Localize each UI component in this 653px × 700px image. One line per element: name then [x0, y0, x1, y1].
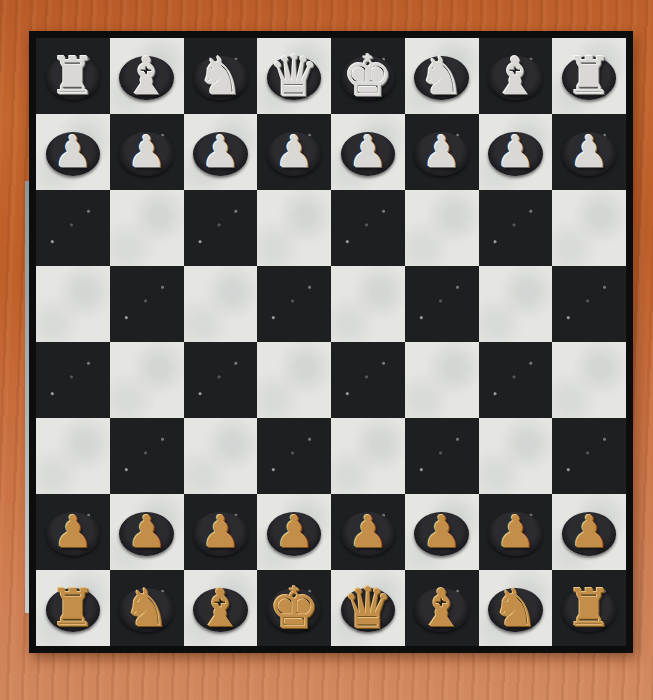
- square-c1: ♝: [184, 570, 258, 646]
- square-f7: ♟: [405, 114, 479, 190]
- piece-silver-bishop: ♝: [492, 50, 539, 102]
- square-b1: ♞: [110, 570, 184, 646]
- square-g8: ♝: [479, 38, 553, 114]
- piece-silver-pawn: ♟: [274, 130, 313, 174]
- piece-silver-pawn: ♟: [53, 130, 92, 174]
- square-a5: [36, 266, 110, 342]
- square-e7: ♟: [331, 114, 405, 190]
- square-d2: ♟: [257, 494, 331, 570]
- square-h8: ♜: [552, 38, 626, 114]
- piece-silver-pawn: ♟: [127, 130, 166, 174]
- piece-gold-pawn: ♟: [348, 510, 387, 554]
- square-b2: ♟: [110, 494, 184, 570]
- piece-gold-pawn: ♟: [422, 510, 461, 554]
- square-h2: ♟: [552, 494, 626, 570]
- square-b5: [110, 266, 184, 342]
- square-d8: ♛: [257, 38, 331, 114]
- square-c4: [184, 342, 258, 418]
- piece-gold-pawn: ♟: [496, 510, 535, 554]
- piece-silver-pawn: ♟: [496, 130, 535, 174]
- square-a1: ♜: [36, 570, 110, 646]
- square-h7: ♟: [552, 114, 626, 190]
- piece-gold-pawn: ♟: [201, 510, 240, 554]
- square-e1: ♛: [331, 570, 405, 646]
- square-h3: [552, 418, 626, 494]
- square-a6: [36, 190, 110, 266]
- square-h1: ♜: [552, 570, 626, 646]
- square-d1: ♚: [257, 570, 331, 646]
- square-g7: ♟: [479, 114, 553, 190]
- piece-silver-king: ♚: [342, 48, 393, 105]
- square-h6: [552, 190, 626, 266]
- square-h5: [552, 266, 626, 342]
- piece-silver-rook: ♜: [50, 50, 97, 102]
- square-c5: [184, 266, 258, 342]
- square-d6: [257, 190, 331, 266]
- wood-table: ♜♝♞♛♚♞♝♜♟♟♟♟♟♟♟♟♟♟♟♟♟♟♟♟♜♞♝♚♛♝♞♜: [0, 0, 653, 700]
- square-d7: ♟: [257, 114, 331, 190]
- square-c2: ♟: [184, 494, 258, 570]
- piece-silver-knight: ♞: [197, 50, 244, 102]
- piece-gold-knight: ♞: [123, 582, 170, 634]
- piece-gold-pawn: ♟: [53, 510, 92, 554]
- square-b6: [110, 190, 184, 266]
- square-f1: ♝: [405, 570, 479, 646]
- piece-gold-pawn: ♟: [127, 510, 166, 554]
- square-c6: [184, 190, 258, 266]
- piece-gold-rook: ♜: [566, 582, 613, 634]
- square-e4: [331, 342, 405, 418]
- square-f2: ♟: [405, 494, 479, 570]
- square-e8: ♚: [331, 38, 405, 114]
- square-g6: [479, 190, 553, 266]
- square-g5: [479, 266, 553, 342]
- piece-gold-queen: ♛: [342, 580, 393, 637]
- square-b4: [110, 342, 184, 418]
- square-a7: ♟: [36, 114, 110, 190]
- square-e6: [331, 190, 405, 266]
- square-a8: ♜: [36, 38, 110, 114]
- piece-silver-rook: ♜: [566, 50, 613, 102]
- piece-gold-rook: ♜: [50, 582, 97, 634]
- square-e2: ♟: [331, 494, 405, 570]
- square-g4: [479, 342, 553, 418]
- piece-silver-pawn: ♟: [348, 130, 387, 174]
- piece-silver-pawn: ♟: [569, 130, 608, 174]
- square-b7: ♟: [110, 114, 184, 190]
- square-g2: ♟: [479, 494, 553, 570]
- piece-gold-king: ♚: [269, 580, 320, 637]
- piece-gold-bishop: ♝: [418, 582, 465, 634]
- square-f3: [405, 418, 479, 494]
- piece-silver-bishop: ♝: [123, 50, 170, 102]
- square-h4: [552, 342, 626, 418]
- square-b8: ♝: [110, 38, 184, 114]
- square-c8: ♞: [184, 38, 258, 114]
- square-f4: [405, 342, 479, 418]
- square-b3: [110, 418, 184, 494]
- board-grid: ♜♝♞♛♚♞♝♜♟♟♟♟♟♟♟♟♟♟♟♟♟♟♟♟♜♞♝♚♛♝♞♜: [36, 38, 626, 646]
- square-e5: [331, 266, 405, 342]
- square-d5: [257, 266, 331, 342]
- square-d3: [257, 418, 331, 494]
- piece-silver-pawn: ♟: [422, 130, 461, 174]
- square-f8: ♞: [405, 38, 479, 114]
- piece-silver-knight: ♞: [418, 50, 465, 102]
- piece-gold-knight: ♞: [492, 582, 539, 634]
- piece-silver-pawn: ♟: [201, 130, 240, 174]
- square-a3: [36, 418, 110, 494]
- square-e3: [331, 418, 405, 494]
- square-c7: ♟: [184, 114, 258, 190]
- square-f5: [405, 266, 479, 342]
- piece-gold-pawn: ♟: [274, 510, 313, 554]
- square-a2: ♟: [36, 494, 110, 570]
- piece-gold-pawn: ♟: [569, 510, 608, 554]
- piece-silver-queen: ♛: [269, 48, 320, 105]
- square-d4: [257, 342, 331, 418]
- square-g1: ♞: [479, 570, 553, 646]
- square-c3: [184, 418, 258, 494]
- square-a4: [36, 342, 110, 418]
- square-g3: [479, 418, 553, 494]
- square-f6: [405, 190, 479, 266]
- chess-board: ♜♝♞♛♚♞♝♜♟♟♟♟♟♟♟♟♟♟♟♟♟♟♟♟♜♞♝♚♛♝♞♜: [29, 31, 633, 653]
- piece-gold-bishop: ♝: [197, 582, 244, 634]
